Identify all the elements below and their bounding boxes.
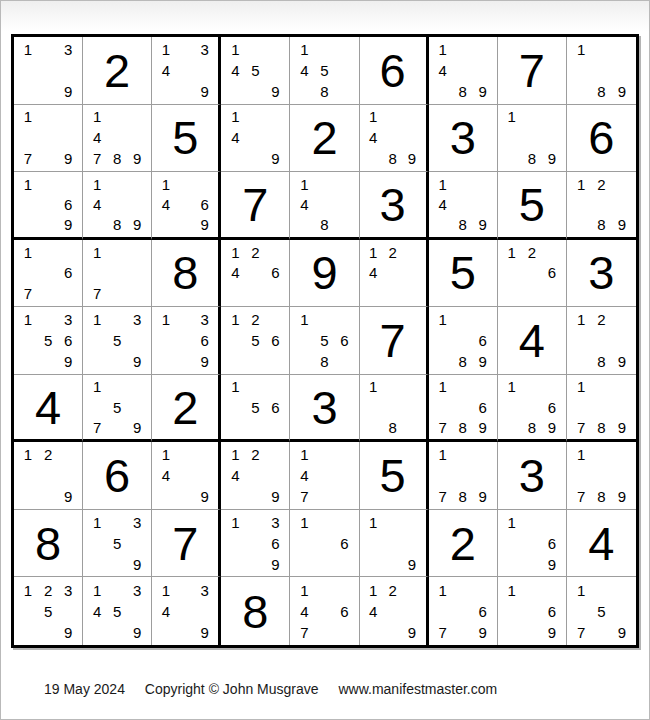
- pencil-marks: 19: [364, 512, 422, 575]
- candidate-9: 9: [265, 81, 285, 102]
- candidate-2: 2: [245, 444, 265, 465]
- pencil-marks: 149: [225, 107, 285, 170]
- placed-digit: 3: [567, 240, 636, 307]
- placed-digit: 7: [498, 37, 566, 104]
- candidate-1: 1: [294, 309, 314, 330]
- pencil-marks: 1459: [225, 39, 285, 102]
- cell-r8c8[interactable]: 169: [498, 510, 567, 578]
- candidate-9: 9: [58, 351, 78, 372]
- candidate-3: 3: [195, 39, 214, 60]
- candidate-1: 1: [364, 512, 383, 533]
- candidate-5: 5: [245, 397, 265, 417]
- candidate-8: 8: [453, 214, 473, 234]
- cell-r2c4[interactable]: 149: [221, 105, 290, 173]
- candidate-7: 7: [433, 622, 453, 643]
- pencil-marks: 1789: [433, 444, 493, 507]
- cell-r7c7[interactable]: 1789: [429, 442, 498, 510]
- candidate-1: 1: [571, 579, 591, 600]
- cell-r2c1[interactable]: 179: [14, 105, 83, 173]
- candidate-8: 8: [453, 81, 473, 102]
- placed-digit: 4: [498, 307, 566, 374]
- cell-r7c2[interactable]: 6: [83, 442, 152, 510]
- candidate-9: 9: [127, 417, 147, 437]
- candidate-9: 9: [127, 622, 147, 643]
- cell-r8c7[interactable]: 2: [429, 510, 498, 578]
- pencil-marks: 16: [294, 512, 354, 575]
- cell-r7c6[interactable]: 5: [360, 442, 429, 510]
- candidate-2: 2: [245, 309, 265, 330]
- footer: 19 May 2024 Copyright © John Musgrave ww…: [44, 681, 497, 697]
- cell-r3c6[interactable]: 3: [360, 172, 429, 240]
- candidate-9: 9: [127, 148, 147, 169]
- cell-r7c9[interactable]: 1789: [567, 442, 636, 510]
- pencil-marks: 148: [294, 174, 354, 235]
- pencil-marks: 1489: [87, 174, 147, 235]
- candidate-9: 9: [542, 622, 562, 643]
- candidate-1: 1: [225, 377, 245, 397]
- placed-digit: 5: [360, 442, 426, 509]
- pencil-marks: 1458: [294, 39, 354, 102]
- cell-r3c9[interactable]: 1289: [567, 172, 636, 240]
- candidate-9: 9: [402, 148, 421, 169]
- candidate-1: 1: [502, 579, 522, 600]
- candidate-8: 8: [453, 417, 473, 437]
- pencil-marks: 1489: [433, 39, 493, 102]
- candidate-1: 1: [18, 242, 38, 263]
- cell-r3c2[interactable]: 1489: [83, 172, 152, 240]
- candidate-6: 6: [58, 194, 78, 214]
- candidate-1: 1: [294, 444, 314, 465]
- placed-digit: 7: [360, 307, 426, 374]
- candidate-4: 4: [225, 465, 245, 486]
- pencil-marks: 1256: [225, 309, 285, 372]
- sudoku-board: 1392134914591458614897189179147895149214…: [11, 34, 639, 648]
- cell-r5c4[interactable]: 1256: [221, 307, 290, 375]
- candidate-1: 1: [156, 309, 175, 330]
- candidate-1: 1: [502, 512, 522, 533]
- cell-r1c9[interactable]: 189: [567, 37, 636, 105]
- cell-r8c9[interactable]: 4: [567, 510, 636, 578]
- candidate-9: 9: [127, 351, 147, 372]
- candidate-5: 5: [245, 60, 265, 81]
- cell-r2c6[interactable]: 1489: [360, 105, 429, 173]
- footer-date: 19 May 2024: [44, 681, 125, 697]
- candidate-6: 6: [265, 397, 285, 417]
- candidate-7: 7: [294, 486, 314, 507]
- candidate-4: 4: [87, 127, 107, 148]
- candidate-6: 6: [58, 330, 78, 351]
- candidate-3: 3: [58, 579, 78, 600]
- candidate-9: 9: [195, 214, 214, 234]
- candidate-4: 4: [433, 194, 453, 214]
- candidate-1: 1: [294, 512, 314, 533]
- cell-r1c1[interactable]: 139: [14, 37, 83, 105]
- cell-r8c5[interactable]: 16: [290, 510, 359, 578]
- cell-r8c4[interactable]: 1369: [221, 510, 290, 578]
- pencil-marks: 156: [225, 377, 285, 438]
- pencil-marks: 129: [18, 444, 78, 507]
- cell-r4c7[interactable]: 5: [429, 240, 498, 308]
- candidate-4: 4: [156, 194, 175, 214]
- candidate-5: 5: [107, 397, 127, 417]
- candidate-1: 1: [571, 39, 591, 60]
- candidate-6: 6: [473, 330, 493, 351]
- cell-r3c7[interactable]: 1489: [429, 172, 498, 240]
- pencil-marks: 12359: [18, 579, 78, 643]
- cell-r1c7[interactable]: 1489: [429, 37, 498, 105]
- candidate-5: 5: [245, 330, 265, 351]
- pencil-marks: 1469: [156, 174, 214, 235]
- cell-r1c6[interactable]: 6: [360, 37, 429, 105]
- candidate-4: 4: [225, 263, 245, 284]
- candidate-3: 3: [127, 579, 147, 600]
- placed-digit: 2: [83, 37, 151, 104]
- candidate-6: 6: [542, 533, 562, 554]
- candidate-7: 7: [294, 622, 314, 643]
- pencil-marks: 1249: [364, 579, 422, 643]
- pencil-marks: 14789: [87, 107, 147, 170]
- cell-r9c2[interactable]: 13459: [83, 577, 152, 645]
- cell-r2c9[interactable]: 6: [567, 105, 636, 173]
- candidate-6: 6: [335, 601, 355, 622]
- candidate-8: 8: [522, 148, 542, 169]
- candidate-1: 1: [156, 444, 175, 465]
- cell-r7c3[interactable]: 149: [152, 442, 221, 510]
- candidate-9: 9: [473, 81, 493, 102]
- cell-r8c6[interactable]: 19: [360, 510, 429, 578]
- candidate-9: 9: [612, 486, 632, 507]
- cell-r9c3[interactable]: 1349: [152, 577, 221, 645]
- candidate-9: 9: [265, 148, 285, 169]
- candidate-2: 2: [383, 242, 402, 263]
- placed-digit: 9: [290, 240, 358, 307]
- candidate-5: 5: [38, 330, 58, 351]
- candidate-4: 4: [294, 601, 314, 622]
- cell-r1c2[interactable]: 2: [83, 37, 152, 105]
- candidate-6: 6: [265, 263, 285, 284]
- cell-r3c5[interactable]: 148: [290, 172, 359, 240]
- placed-digit: 2: [290, 105, 358, 172]
- cell-r9c5[interactable]: 1467: [290, 577, 359, 645]
- candidate-2: 2: [522, 242, 542, 263]
- cell-r4c6[interactable]: 124: [360, 240, 429, 308]
- pencil-marks: 189: [571, 39, 632, 102]
- candidate-2: 2: [383, 579, 402, 600]
- candidate-9: 9: [473, 417, 493, 437]
- placed-digit: 7: [221, 172, 289, 237]
- candidate-1: 1: [571, 444, 591, 465]
- candidate-1: 1: [364, 242, 383, 263]
- cell-r1c3[interactable]: 1349: [152, 37, 221, 105]
- candidate-8: 8: [591, 486, 611, 507]
- candidate-1: 1: [571, 377, 591, 397]
- cell-r2c2[interactable]: 14789: [83, 105, 152, 173]
- cell-r2c5[interactable]: 2: [290, 105, 359, 173]
- candidate-9: 9: [402, 622, 421, 643]
- candidate-1: 1: [433, 377, 453, 397]
- cell-r2c8[interactable]: 189: [498, 105, 567, 173]
- candidate-1: 1: [433, 309, 453, 330]
- candidate-3: 3: [127, 309, 147, 330]
- cell-r4c4[interactable]: 1246: [221, 240, 290, 308]
- candidate-4: 4: [294, 60, 314, 81]
- candidate-8: 8: [314, 214, 334, 234]
- cell-r6c3[interactable]: 2: [152, 375, 221, 443]
- cell-r9c8[interactable]: 169: [498, 577, 567, 645]
- cell-r3c1[interactable]: 169: [14, 172, 83, 240]
- candidate-1: 1: [18, 579, 38, 600]
- candidate-1: 1: [294, 174, 314, 194]
- candidate-9: 9: [195, 622, 214, 643]
- candidate-1: 1: [433, 39, 453, 60]
- candidate-1: 1: [225, 512, 245, 533]
- pencil-marks: 1489: [364, 107, 422, 170]
- cell-r2c7[interactable]: 3: [429, 105, 498, 173]
- candidate-9: 9: [612, 351, 632, 372]
- cell-r8c3[interactable]: 7: [152, 510, 221, 578]
- candidate-9: 9: [58, 622, 78, 643]
- pencil-marks: 1369: [156, 309, 214, 372]
- candidate-6: 6: [473, 397, 493, 417]
- placed-digit: 6: [83, 442, 151, 509]
- candidate-6: 6: [195, 330, 214, 351]
- placed-digit: 8: [14, 510, 82, 577]
- candidate-9: 9: [612, 622, 632, 643]
- cell-r5c3[interactable]: 1369: [152, 307, 221, 375]
- pencil-marks: 1579: [571, 579, 632, 643]
- candidate-8: 8: [107, 214, 127, 234]
- candidate-1: 1: [225, 242, 245, 263]
- candidate-1: 1: [502, 242, 522, 263]
- cell-r3c4[interactable]: 7: [221, 172, 290, 240]
- candidate-1: 1: [364, 377, 383, 397]
- cell-r6c6[interactable]: 18: [360, 375, 429, 443]
- pencil-marks: 1289: [571, 309, 632, 372]
- candidate-5: 5: [107, 330, 127, 351]
- pencil-marks: 1568: [294, 309, 354, 372]
- candidate-5: 5: [591, 601, 611, 622]
- cell-r4c1[interactable]: 167: [14, 240, 83, 308]
- candidate-1: 1: [87, 309, 107, 330]
- candidate-1: 1: [571, 309, 591, 330]
- placed-digit: 7: [152, 510, 218, 577]
- candidate-6: 6: [195, 194, 214, 214]
- cell-r5c9[interactable]: 1289: [567, 307, 636, 375]
- candidate-9: 9: [58, 81, 78, 102]
- candidate-5: 5: [314, 330, 334, 351]
- candidate-4: 4: [156, 601, 175, 622]
- cell-r7c4[interactable]: 1249: [221, 442, 290, 510]
- candidate-8: 8: [591, 81, 611, 102]
- candidate-8: 8: [314, 81, 334, 102]
- candidate-5: 5: [107, 601, 127, 622]
- cell-r4c8[interactable]: 126: [498, 240, 567, 308]
- cell-r4c2[interactable]: 17: [83, 240, 152, 308]
- cell-r9c6[interactable]: 1249: [360, 577, 429, 645]
- candidate-8: 8: [383, 417, 402, 437]
- candidate-6: 6: [335, 533, 355, 554]
- candidate-2: 2: [38, 579, 58, 600]
- candidate-6: 6: [473, 601, 493, 622]
- cell-r5c1[interactable]: 13569: [14, 307, 83, 375]
- cell-r5c5[interactable]: 1568: [290, 307, 359, 375]
- placed-digit: 4: [14, 375, 82, 440]
- cell-r6c1[interactable]: 4: [14, 375, 83, 443]
- cell-r4c5[interactable]: 9: [290, 240, 359, 308]
- candidate-9: 9: [127, 214, 147, 234]
- pencil-marks: 1359: [87, 309, 147, 372]
- cell-r9c9[interactable]: 1579: [567, 577, 636, 645]
- candidate-4: 4: [156, 60, 175, 81]
- cell-r8c2[interactable]: 1359: [83, 510, 152, 578]
- pencil-marks: 16789: [433, 377, 493, 438]
- placed-digit: 4: [567, 510, 636, 577]
- candidate-7: 7: [571, 486, 591, 507]
- candidate-7: 7: [87, 283, 107, 304]
- candidate-8: 8: [383, 148, 402, 169]
- candidate-2: 2: [38, 444, 58, 465]
- candidate-7: 7: [87, 417, 107, 437]
- cell-r6c8[interactable]: 1689: [498, 375, 567, 443]
- candidate-7: 7: [433, 417, 453, 437]
- pencil-marks: 1349: [156, 39, 214, 102]
- placed-digit: 2: [429, 510, 497, 577]
- cell-r1c4[interactable]: 1459: [221, 37, 290, 105]
- cell-r3c3[interactable]: 1469: [152, 172, 221, 240]
- cell-r5c2[interactable]: 1359: [83, 307, 152, 375]
- pencil-marks: 126: [502, 242, 562, 305]
- candidate-9: 9: [473, 486, 493, 507]
- candidate-8: 8: [522, 417, 542, 437]
- candidate-1: 1: [294, 579, 314, 600]
- cell-r6c2[interactable]: 1579: [83, 375, 152, 443]
- candidate-1: 1: [294, 39, 314, 60]
- pencil-marks: 1689: [502, 377, 562, 438]
- cell-r9c1[interactable]: 12359: [14, 577, 83, 645]
- candidate-9: 9: [195, 486, 214, 507]
- candidate-6: 6: [265, 330, 285, 351]
- candidate-9: 9: [195, 351, 214, 372]
- cell-r4c3[interactable]: 8: [152, 240, 221, 308]
- candidate-1: 1: [502, 377, 522, 397]
- candidate-6: 6: [335, 330, 355, 351]
- cell-r1c5[interactable]: 1458: [290, 37, 359, 105]
- candidate-1: 1: [502, 107, 522, 128]
- candidate-1: 1: [156, 579, 175, 600]
- candidate-8: 8: [107, 148, 127, 169]
- candidate-9: 9: [58, 486, 78, 507]
- cell-r6c9[interactable]: 1789: [567, 375, 636, 443]
- pencil-marks: 17: [87, 242, 147, 305]
- candidate-4: 4: [156, 465, 175, 486]
- footer-copyright: Copyright © John Musgrave: [145, 681, 319, 697]
- pencil-marks: 1467: [294, 579, 354, 643]
- pencil-marks: 124: [364, 242, 422, 305]
- pencil-marks: 189: [502, 107, 562, 170]
- pencil-marks: 147: [294, 444, 354, 507]
- candidate-8: 8: [591, 351, 611, 372]
- candidate-8: 8: [453, 351, 473, 372]
- pencil-marks: 13459: [87, 579, 147, 643]
- candidate-9: 9: [473, 214, 493, 234]
- candidate-5: 5: [107, 533, 127, 554]
- cell-r2c3[interactable]: 5: [152, 105, 221, 173]
- cell-r6c4[interactable]: 156: [221, 375, 290, 443]
- cell-r7c5[interactable]: 147: [290, 442, 359, 510]
- candidate-4: 4: [87, 601, 107, 622]
- pencil-marks: 1249: [225, 444, 285, 507]
- candidate-9: 9: [58, 148, 78, 169]
- candidate-3: 3: [195, 579, 214, 600]
- candidate-4: 4: [225, 127, 245, 148]
- placed-digit: 3: [360, 172, 426, 237]
- candidate-1: 1: [87, 174, 107, 194]
- candidate-1: 1: [364, 579, 383, 600]
- cell-r9c4[interactable]: 8: [221, 577, 290, 645]
- candidate-9: 9: [402, 554, 421, 575]
- candidate-4: 4: [364, 601, 383, 622]
- cell-r4c9[interactable]: 3: [567, 240, 636, 308]
- candidate-1: 1: [571, 174, 591, 194]
- cell-r5c8[interactable]: 4: [498, 307, 567, 375]
- candidate-1: 1: [433, 174, 453, 194]
- pencil-marks: 139: [18, 39, 78, 102]
- candidate-7: 7: [18, 283, 38, 304]
- candidate-9: 9: [195, 81, 214, 102]
- footer-website: www.manifestmaster.com: [338, 681, 497, 697]
- candidate-2: 2: [591, 309, 611, 330]
- candidate-9: 9: [58, 214, 78, 234]
- candidate-1: 1: [433, 444, 453, 465]
- cell-r7c8[interactable]: 3: [498, 442, 567, 510]
- cell-r6c7[interactable]: 16789: [429, 375, 498, 443]
- candidate-3: 3: [195, 309, 214, 330]
- cell-r5c6[interactable]: 7: [360, 307, 429, 375]
- candidate-1: 1: [225, 444, 245, 465]
- cell-r5c7[interactable]: 1689: [429, 307, 498, 375]
- candidate-4: 4: [87, 194, 107, 214]
- pencil-marks: 1689: [433, 309, 493, 372]
- candidate-9: 9: [127, 554, 147, 575]
- candidate-1: 1: [364, 107, 383, 128]
- cell-r1c8[interactable]: 7: [498, 37, 567, 105]
- candidate-1: 1: [18, 174, 38, 194]
- cell-r8c1[interactable]: 8: [14, 510, 83, 578]
- cell-r6c5[interactable]: 3: [290, 375, 359, 443]
- pencil-marks: 1679: [433, 579, 493, 643]
- candidate-1: 1: [156, 174, 175, 194]
- puzzle-page: 1392134914591458614897189179147895149214…: [0, 0, 650, 720]
- placed-digit: 3: [429, 105, 497, 172]
- placed-digit: 5: [498, 172, 566, 237]
- placed-digit: 5: [429, 240, 497, 307]
- candidate-1: 1: [87, 512, 107, 533]
- pencil-marks: 1246: [225, 242, 285, 305]
- pencil-marks: 1789: [571, 444, 632, 507]
- pencil-marks: 1369: [225, 512, 285, 575]
- candidate-1: 1: [433, 579, 453, 600]
- candidate-9: 9: [612, 417, 632, 437]
- candidate-1: 1: [87, 107, 107, 128]
- candidate-6: 6: [542, 263, 562, 284]
- cell-r7c1[interactable]: 129: [14, 442, 83, 510]
- pencil-marks: 179: [18, 107, 78, 170]
- cell-r9c7[interactable]: 1679: [429, 577, 498, 645]
- candidate-9: 9: [473, 351, 493, 372]
- candidate-4: 4: [364, 263, 383, 284]
- candidate-5: 5: [314, 60, 334, 81]
- cell-r3c8[interactable]: 5: [498, 172, 567, 240]
